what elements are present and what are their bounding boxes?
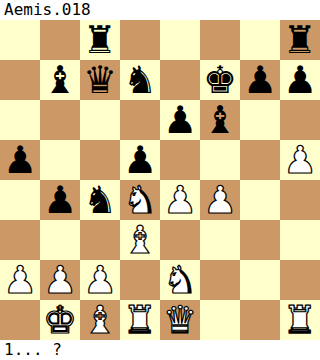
square-c4[interactable]: ♞ [80, 180, 120, 220]
white-pawn[interactable]: ♟ [203, 180, 237, 220]
square-g1[interactable] [240, 300, 280, 340]
square-d1[interactable]: ♜ [120, 300, 160, 340]
square-f4[interactable]: ♟ [200, 180, 240, 220]
square-a3[interactable] [0, 220, 40, 260]
square-a7[interactable] [0, 60, 40, 100]
square-h2[interactable] [280, 260, 320, 300]
black-rook[interactable]: ♜ [83, 20, 117, 60]
square-d6[interactable] [120, 100, 160, 140]
square-f7[interactable]: ♚ [200, 60, 240, 100]
square-a8[interactable] [0, 20, 40, 60]
black-bishop[interactable]: ♝ [43, 60, 77, 100]
black-pawn[interactable]: ♟ [3, 140, 37, 180]
square-b1[interactable]: ♚ [40, 300, 80, 340]
square-f2[interactable] [200, 260, 240, 300]
black-pawn[interactable]: ♟ [243, 60, 277, 100]
square-g8[interactable] [240, 20, 280, 60]
square-a1[interactable] [0, 300, 40, 340]
square-e8[interactable] [160, 20, 200, 60]
square-a5[interactable]: ♟ [0, 140, 40, 180]
white-pawn[interactable]: ♟ [43, 260, 77, 300]
square-d4[interactable]: ♞ [120, 180, 160, 220]
white-bishop[interactable]: ♝ [123, 220, 157, 260]
square-f3[interactable] [200, 220, 240, 260]
black-pawn[interactable]: ♟ [283, 60, 317, 100]
square-h4[interactable] [280, 180, 320, 220]
square-e3[interactable] [160, 220, 200, 260]
white-knight[interactable]: ♞ [123, 180, 157, 220]
black-knight[interactable]: ♞ [83, 180, 117, 220]
square-b8[interactable] [40, 20, 80, 60]
square-d3[interactable]: ♝ [120, 220, 160, 260]
white-queen[interactable]: ♛ [163, 300, 197, 340]
square-d7[interactable]: ♞ [120, 60, 160, 100]
square-b3[interactable] [40, 220, 80, 260]
white-bishop[interactable]: ♝ [83, 300, 117, 340]
white-rook[interactable]: ♜ [283, 300, 317, 340]
square-b5[interactable] [40, 140, 80, 180]
diagram-title: Aemis.018 [0, 0, 320, 20]
black-king[interactable]: ♚ [203, 60, 237, 100]
square-b7[interactable]: ♝ [40, 60, 80, 100]
square-e1[interactable]: ♛ [160, 300, 200, 340]
white-pawn[interactable]: ♟ [163, 180, 197, 220]
square-h7[interactable]: ♟ [280, 60, 320, 100]
square-e4[interactable]: ♟ [160, 180, 200, 220]
square-f1[interactable] [200, 300, 240, 340]
black-pawn[interactable]: ♟ [43, 180, 77, 220]
square-b4[interactable]: ♟ [40, 180, 80, 220]
square-e6[interactable]: ♟ [160, 100, 200, 140]
black-rook[interactable]: ♜ [283, 20, 317, 60]
white-pawn[interactable]: ♟ [83, 260, 117, 300]
white-pawn[interactable]: ♟ [283, 140, 317, 180]
square-e2[interactable]: ♞ [160, 260, 200, 300]
white-pawn[interactable]: ♟ [3, 260, 37, 300]
square-f8[interactable] [200, 20, 240, 60]
move-prompt: 1... ? [0, 340, 320, 360]
square-b2[interactable]: ♟ [40, 260, 80, 300]
square-d2[interactable] [120, 260, 160, 300]
square-c5[interactable] [80, 140, 120, 180]
square-b6[interactable] [40, 100, 80, 140]
square-g7[interactable]: ♟ [240, 60, 280, 100]
square-g3[interactable] [240, 220, 280, 260]
square-h6[interactable] [280, 100, 320, 140]
square-c2[interactable]: ♟ [80, 260, 120, 300]
square-a4[interactable] [0, 180, 40, 220]
square-g2[interactable] [240, 260, 280, 300]
square-a6[interactable] [0, 100, 40, 140]
square-h5[interactable]: ♟ [280, 140, 320, 180]
black-queen[interactable]: ♛ [83, 60, 117, 100]
square-g6[interactable] [240, 100, 280, 140]
black-pawn[interactable]: ♟ [163, 100, 197, 140]
square-g5[interactable] [240, 140, 280, 180]
square-d5[interactable]: ♟ [120, 140, 160, 180]
square-h3[interactable] [280, 220, 320, 260]
black-bishop[interactable]: ♝ [203, 100, 237, 140]
square-h1[interactable]: ♜ [280, 300, 320, 340]
black-pawn[interactable]: ♟ [123, 140, 157, 180]
square-a2[interactable]: ♟ [0, 260, 40, 300]
square-d8[interactable] [120, 20, 160, 60]
chess-board: ♜♜♝♛♞♚♟♟♟♝♟♟♟♟♞♞♟♟♝♟♟♟♞♚♝♜♛♜ [0, 20, 320, 340]
square-f6[interactable]: ♝ [200, 100, 240, 140]
black-knight[interactable]: ♞ [123, 60, 157, 100]
square-c3[interactable] [80, 220, 120, 260]
white-knight[interactable]: ♞ [163, 260, 197, 300]
white-rook[interactable]: ♜ [123, 300, 157, 340]
square-c6[interactable] [80, 100, 120, 140]
square-e5[interactable] [160, 140, 200, 180]
square-f5[interactable] [200, 140, 240, 180]
white-king[interactable]: ♚ [43, 300, 77, 340]
square-c1[interactable]: ♝ [80, 300, 120, 340]
square-c7[interactable]: ♛ [80, 60, 120, 100]
square-e7[interactable] [160, 60, 200, 100]
square-h8[interactable]: ♜ [280, 20, 320, 60]
square-c8[interactable]: ♜ [80, 20, 120, 60]
square-g4[interactable] [240, 180, 280, 220]
